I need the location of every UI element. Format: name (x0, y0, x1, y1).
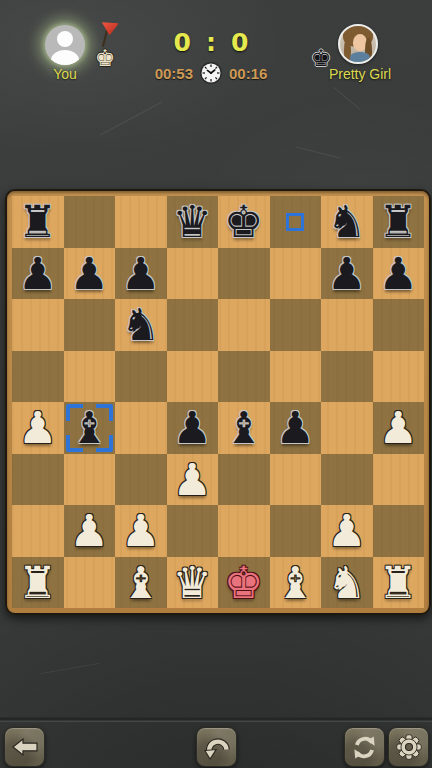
piece-white-queen: ♛ (173, 557, 212, 608)
square-g1[interactable]: ♞ (321, 557, 373, 609)
square-c8[interactable] (115, 196, 167, 248)
piece-black-pawn: ♟ (327, 248, 366, 299)
square-b1[interactable] (64, 557, 116, 609)
square-f5[interactable] (270, 351, 322, 403)
undo-button[interactable] (196, 727, 237, 767)
square-d2[interactable] (167, 505, 219, 557)
square-h6[interactable] (373, 299, 425, 351)
square-c6[interactable]: ♞ (115, 299, 167, 351)
piece-white-pawn: ♟ (18, 402, 57, 453)
square-g6[interactable] (321, 299, 373, 351)
scratch-decoration (334, 87, 361, 110)
square-h2[interactable] (373, 505, 425, 557)
square-a3[interactable] (12, 454, 64, 506)
square-e2[interactable] (218, 505, 270, 557)
square-h7[interactable]: ♟ (373, 248, 425, 300)
chess-board: ♜♛♚♞♜♟♟♟♟♟♞♟♝♟♝♟♟♟♟♟♟♜♝♛♚♝♞♜ (5, 189, 431, 615)
square-g3[interactable] (321, 454, 373, 506)
piece-white-pawn: ♟ (173, 454, 212, 505)
gear-icon (395, 733, 423, 761)
square-a8[interactable]: ♜ (12, 196, 64, 248)
square-a2[interactable] (12, 505, 64, 557)
player-opponent-avatar[interactable] (338, 24, 378, 64)
timer-right: 00:16 (229, 65, 267, 82)
square-f2[interactable] (270, 505, 322, 557)
score-right: 0 (231, 28, 248, 57)
square-b7[interactable]: ♟ (64, 248, 116, 300)
piece-black-pawn: ♟ (173, 402, 212, 453)
square-e7[interactable] (218, 248, 270, 300)
square-f3[interactable] (270, 454, 322, 506)
square-f1[interactable]: ♝ (270, 557, 322, 609)
square-h1[interactable]: ♜ (373, 557, 425, 609)
flip-board-button[interactable] (344, 727, 385, 767)
piece-white-rook: ♜ (18, 557, 57, 608)
square-d6[interactable] (167, 299, 219, 351)
piece-black-king: ♚ (224, 196, 263, 247)
square-b6[interactable] (64, 299, 116, 351)
square-d4[interactable]: ♟ (167, 402, 219, 454)
piece-white-pawn: ♟ (121, 505, 160, 556)
square-b2[interactable]: ♟ (64, 505, 116, 557)
square-g5[interactable] (321, 351, 373, 403)
square-a6[interactable] (12, 299, 64, 351)
square-a1[interactable]: ♜ (12, 557, 64, 609)
square-a7[interactable]: ♟ (12, 248, 64, 300)
square-c3[interactable] (115, 454, 167, 506)
piece-black-rook: ♜ (18, 196, 57, 247)
bottom-divider (0, 717, 432, 722)
square-e8[interactable]: ♚ (218, 196, 270, 248)
piece-black-pawn: ♟ (70, 248, 109, 299)
square-e4[interactable]: ♝ (218, 402, 270, 454)
square-b4[interactable]: ♝ (64, 402, 116, 454)
app-background: ♚ You 0 : 0 00:53 00:16 ♚ (0, 0, 432, 768)
square-b5[interactable] (64, 351, 116, 403)
square-a5[interactable] (12, 351, 64, 403)
square-h8[interactable]: ♜ (373, 196, 425, 248)
piece-white-king: ♚ (224, 557, 263, 608)
piece-white-rook: ♜ (379, 557, 418, 608)
piece-white-pawn: ♟ (327, 505, 366, 556)
square-d5[interactable] (167, 351, 219, 403)
clock-icon (199, 61, 223, 85)
square-h3[interactable] (373, 454, 425, 506)
square-d7[interactable] (167, 248, 219, 300)
piece-white-knight: ♞ (327, 557, 366, 608)
square-e3[interactable] (218, 454, 270, 506)
square-b3[interactable] (64, 454, 116, 506)
square-g7[interactable]: ♟ (321, 248, 373, 300)
piece-white-pawn: ♟ (70, 505, 109, 556)
piece-black-knight: ♞ (327, 196, 366, 247)
square-c4[interactable] (115, 402, 167, 454)
piece-white-bishop: ♝ (276, 557, 315, 608)
square-g4[interactable] (321, 402, 373, 454)
square-d3[interactable]: ♟ (167, 454, 219, 506)
square-d1[interactable]: ♛ (167, 557, 219, 609)
last-move-origin-marker (286, 213, 304, 231)
piece-black-pawn: ♟ (379, 248, 418, 299)
scratch-decoration (40, 663, 99, 674)
rotate-icon (351, 734, 378, 761)
piece-black-rook: ♜ (379, 196, 418, 247)
square-c1[interactable]: ♝ (115, 557, 167, 609)
square-c2[interactable]: ♟ (115, 505, 167, 557)
player-opponent-name: Pretty Girl (318, 66, 402, 82)
square-f4[interactable]: ♟ (270, 402, 322, 454)
settings-button[interactable] (388, 727, 429, 767)
timer-left: 00:53 (155, 65, 193, 82)
back-button[interactable] (4, 727, 45, 767)
square-e6[interactable] (218, 299, 270, 351)
square-g2[interactable]: ♟ (321, 505, 373, 557)
piece-black-knight: ♞ (121, 299, 160, 350)
piece-white-bishop: ♝ (121, 557, 160, 608)
piece-black-pawn: ♟ (121, 248, 160, 299)
board-grid: ♜♛♚♞♜♟♟♟♟♟♞♟♝♟♝♟♟♟♟♟♟♜♝♛♚♝♞♜ (12, 196, 424, 608)
square-f6[interactable] (270, 299, 322, 351)
square-a4[interactable]: ♟ (12, 402, 64, 454)
piece-black-bishop: ♝ (70, 402, 109, 453)
scratch-decoration (296, 146, 341, 158)
score-separator: : (206, 28, 216, 57)
arrow-left-icon (12, 738, 38, 756)
square-e1[interactable]: ♚ (218, 557, 270, 609)
scratch-decoration (100, 102, 162, 136)
piece-black-pawn: ♟ (18, 248, 57, 299)
square-f7[interactable] (270, 248, 322, 300)
square-d8[interactable]: ♛ (167, 196, 219, 248)
piece-black-bishop: ♝ (224, 402, 263, 453)
piece-black-queen: ♛ (173, 196, 212, 247)
square-c5[interactable] (115, 351, 167, 403)
square-b8[interactable] (64, 196, 116, 248)
piece-white-pawn: ♟ (379, 402, 418, 453)
square-g8[interactable]: ♞ (321, 196, 373, 248)
square-f8[interactable] (270, 196, 322, 248)
square-h4[interactable]: ♟ (373, 402, 425, 454)
piece-black-pawn: ♟ (276, 402, 315, 453)
score-left: 0 (174, 28, 191, 57)
square-c7[interactable]: ♟ (115, 248, 167, 300)
square-h5[interactable] (373, 351, 425, 403)
undo-icon (203, 734, 231, 760)
square-e5[interactable] (218, 351, 270, 403)
